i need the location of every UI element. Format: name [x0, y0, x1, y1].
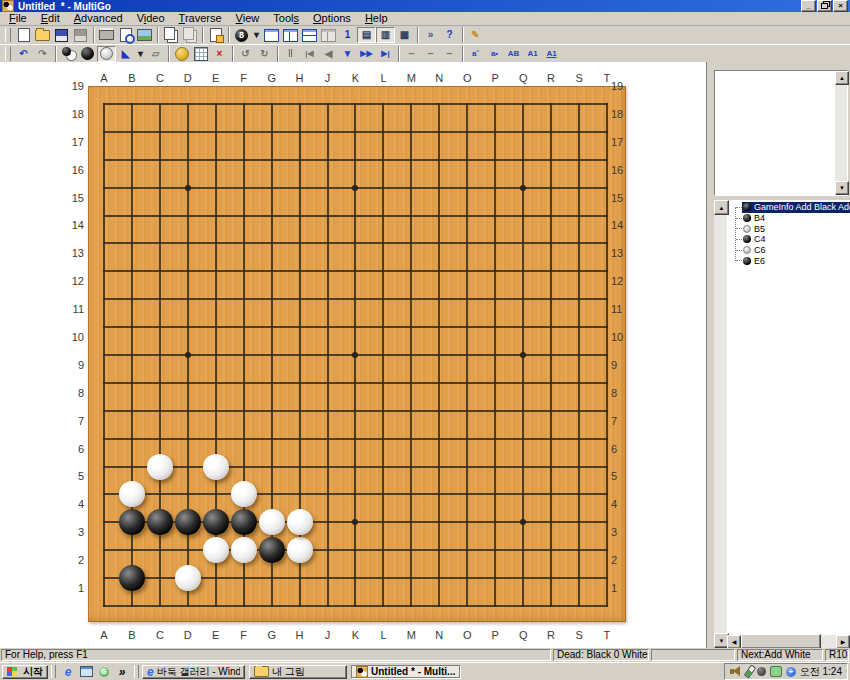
- white-stone-B5[interactable]: [119, 481, 145, 507]
- menu-traverse[interactable]: Traverse: [172, 12, 229, 25]
- grid-line: [103, 382, 608, 384]
- next-variation-button[interactable]: ▼: [338, 46, 357, 62]
- coord-number-right: 18: [611, 108, 633, 120]
- restore-button[interactable]: [817, 0, 832, 12]
- tree-node-gameinfo[interactable]: GameInfo Add Black Add: [727, 202, 850, 213]
- win-icon: [264, 29, 279, 42]
- glyph-icon: ▾: [138, 49, 143, 59]
- tree-rows: GameInfo Add Black AddB4B5C4C6E6: [727, 200, 850, 266]
- coord-number-left: 19: [62, 80, 84, 92]
- stone8-icon: 8: [235, 29, 248, 42]
- rotate-cw-button: ↻: [255, 46, 274, 62]
- quick-launch-desktop-button[interactable]: [77, 665, 95, 679]
- fast-forward-button[interactable]: ▶▶: [357, 46, 376, 62]
- coord-number-left: 3: [62, 526, 84, 538]
- toolbar-standard: 8▾1▤▥▦»?✎: [0, 26, 850, 44]
- ie-icon: e: [147, 666, 154, 678]
- grid-line: [382, 103, 384, 607]
- game-tree-panel: ▲ ▼ GameInfo Add Black AddB4B5C4C6E6 ◀ ▶: [714, 200, 850, 648]
- tree-node-c6[interactable]: C6: [727, 245, 850, 256]
- erase-button[interactable]: ▱: [146, 46, 165, 62]
- tree-node-label: B4: [754, 213, 765, 223]
- menu-options[interactable]: Options: [306, 12, 358, 25]
- white-stone-D2[interactable]: [175, 565, 201, 591]
- win-icon: [321, 29, 336, 42]
- glyph-icon: ▦: [400, 30, 409, 40]
- toolbar-separator: [395, 46, 402, 62]
- white-stone-icon: [743, 225, 751, 233]
- glyph-icon: ↶: [19, 49, 27, 59]
- start-button[interactable]: 시작: [2, 665, 48, 679]
- coord-number-left: 18: [62, 108, 84, 120]
- right-panel: ▲ ▼ ▲ ▼ GameInfo Add Black AddB4B5C4C6E6…: [714, 62, 850, 648]
- menu-video[interactable]: Video: [130, 12, 172, 25]
- coord-letter-top: F: [233, 72, 255, 84]
- coord-number-left: 7: [62, 415, 84, 427]
- grid-line: [438, 103, 440, 607]
- label-all-button[interactable]: A1: [542, 46, 561, 62]
- scroll-down-icon[interactable]: ▼: [835, 181, 849, 195]
- tree-node-b4[interactable]: B4: [727, 213, 850, 224]
- coord-number-left: 2: [62, 554, 84, 566]
- layout-vsplit-button[interactable]: [281, 27, 300, 43]
- toolbar-separator: [229, 46, 236, 62]
- glyph-icon: ↻: [260, 49, 268, 59]
- grid-line: [103, 605, 608, 607]
- comment-scrollbar[interactable]: ▲ ▼: [835, 71, 847, 195]
- black-stone-icon: [743, 257, 751, 265]
- coord-letter-bottom: J: [317, 629, 339, 641]
- label-number-button[interactable]: A1: [523, 46, 542, 62]
- taskbar-grip[interactable]: [51, 665, 56, 678]
- toolbar-edit: ↶↷◣▾▱×↺↻‖|◀◀▼▶▶▶|‒‒‒a˚a•ABA1A1: [0, 44, 850, 62]
- coord-letter-bottom: M: [400, 629, 422, 641]
- coord-number-left: 12: [62, 275, 84, 287]
- go-board[interactable]: [88, 86, 626, 622]
- coord-number-left: 1: [62, 582, 84, 594]
- add-black-button[interactable]: [78, 46, 97, 62]
- coord-letter-bottom: P: [484, 629, 506, 641]
- coord-letter-top: J: [317, 72, 339, 84]
- coord-letter-top: K: [344, 72, 366, 84]
- grid-line: [550, 103, 552, 607]
- taskbar-task-2[interactable]: Untitled * - Multi...: [351, 665, 461, 679]
- coord-number-left: 14: [62, 219, 84, 231]
- coord-letter-bottom: G: [261, 629, 283, 641]
- setup-position-button[interactable]: [191, 46, 210, 62]
- glyph-icon: ✎: [471, 30, 479, 40]
- grid-line: [578, 103, 580, 607]
- toolbar-separator: [90, 27, 97, 43]
- status-next-move: Next:Add White: [737, 649, 823, 661]
- coord-number-right: 14: [611, 219, 633, 231]
- coord-number-right: 4: [611, 498, 633, 510]
- save-all-button: [71, 27, 90, 43]
- glyph-icon: ×: [217, 49, 223, 59]
- glyph-icon: AB: [508, 50, 520, 58]
- windows-logo-icon: [7, 667, 17, 676]
- grid-line: [103, 493, 608, 495]
- new-file-button[interactable]: [14, 27, 33, 43]
- glyph-icon: 1: [345, 30, 351, 40]
- glyph-icon: A1: [527, 50, 537, 58]
- comment-box[interactable]: ▲ ▼: [714, 70, 848, 196]
- black-stone-E4[interactable]: [203, 509, 229, 535]
- star-point: [352, 352, 358, 358]
- comment-view-button[interactable]: ▥: [376, 27, 395, 43]
- printer-icon: [99, 30, 114, 40]
- win-icon: [283, 29, 298, 42]
- tree-vertical-scrollbar[interactable]: ▲ ▼: [714, 200, 727, 648]
- toolbar-separator: [414, 27, 421, 43]
- markup-tool-button[interactable]: ◣: [116, 46, 135, 62]
- win-icon: [302, 29, 317, 42]
- white-stone-E3[interactable]: [203, 537, 229, 563]
- toolbar-separator: [459, 46, 466, 62]
- glyph-icon: ▥: [381, 30, 390, 40]
- multigo-window: Untitled * - MultiGo _ × FileEditAdvance…: [0, 0, 850, 680]
- move-numbers-button[interactable]: 8: [232, 27, 251, 43]
- glyph-icon: ▾: [254, 30, 259, 40]
- system-tray: + 오전 1:24: [724, 663, 848, 680]
- stoneB-icon: [81, 47, 94, 60]
- star-point: [520, 185, 526, 191]
- coord-number-left: 6: [62, 443, 84, 455]
- black-stone-icon: [743, 203, 751, 211]
- status-bar: For Help, press F1 Dead: Black 0 White 0…: [0, 648, 850, 661]
- coord-letter-bottom: T: [596, 629, 618, 641]
- glyph-icon: ▤: [362, 30, 371, 40]
- grid-line: [103, 466, 608, 468]
- coord-number-left: 9: [62, 359, 84, 371]
- glyph-icon: a˚: [472, 50, 479, 58]
- grid-line: [606, 103, 608, 607]
- window-title: Untitled * - MultiGo: [18, 1, 111, 12]
- glyph-icon: ‒: [447, 49, 453, 59]
- coord-number-right: 16: [611, 164, 633, 176]
- status-empty-field: [651, 649, 735, 661]
- taskbar-task-1[interactable]: 내 그림: [249, 665, 347, 679]
- black-stone-icon: [743, 214, 751, 222]
- label-letter-button[interactable]: a˚: [466, 46, 485, 62]
- white-stone-F5[interactable]: [231, 481, 257, 507]
- tree-horizontal-scrollbar[interactable]: ◀ ▶: [727, 635, 850, 648]
- white-stone-G4[interactable]: [259, 509, 285, 535]
- coord-letter-top: R: [540, 72, 562, 84]
- coord-letter-bottom: C: [149, 629, 171, 641]
- quick-launch-desktop-icon: [80, 666, 93, 677]
- coord-number-right: 13: [611, 247, 633, 259]
- coord-number-right: 8: [611, 387, 633, 399]
- coord-number-left: 5: [62, 470, 84, 482]
- star-point: [520, 519, 526, 525]
- tree-node-label: C4: [754, 234, 766, 244]
- tree-node-label: GameInfo Add Black Add: [754, 202, 850, 212]
- image-export-button[interactable]: [135, 27, 154, 43]
- menu-help[interactable]: Help: [358, 12, 395, 25]
- glyph-icon: ◣: [122, 49, 130, 59]
- stoneY-icon: [175, 47, 189, 61]
- floppy-icon: [74, 29, 87, 42]
- coord-letter-top: N: [428, 72, 450, 84]
- redo-button: ↷: [33, 46, 52, 62]
- mg-icon: [356, 666, 368, 678]
- pic-icon: [137, 29, 152, 41]
- toolbar-grip[interactable]: [5, 28, 11, 42]
- coord-letter-top: A: [93, 72, 115, 84]
- coord-letter-top: S: [568, 72, 590, 84]
- tree-connector-line: [735, 207, 737, 261]
- copy-position-button: [180, 27, 199, 43]
- toolbar-separator: [225, 27, 232, 43]
- menu-tools[interactable]: Tools: [266, 12, 306, 25]
- quick-launch-more-icon: »: [119, 666, 126, 678]
- coord-number-right: 19: [611, 80, 633, 92]
- black-stone-G3[interactable]: [259, 537, 285, 563]
- print-button[interactable]: [97, 27, 116, 43]
- glyph-icon: ‖: [288, 49, 293, 59]
- toolbar-separator: [52, 46, 59, 62]
- coord-letter-bottom: B: [121, 629, 143, 641]
- glyph-icon: ‒: [409, 49, 415, 59]
- coord-number-right: 9: [611, 359, 633, 371]
- scrollbar-thumb[interactable]: [741, 634, 821, 649]
- black-stone-C4[interactable]: [147, 509, 173, 535]
- folder-icon: [254, 666, 269, 677]
- tree-node-c4[interactable]: C4: [727, 234, 850, 245]
- game-info-button[interactable]: [206, 27, 225, 43]
- coord-letter-bottom: N: [428, 629, 450, 641]
- tree-node-label: B5: [754, 224, 765, 234]
- minimize-button[interactable]: _: [801, 0, 816, 12]
- label-letter-filled-button[interactable]: a•: [485, 46, 504, 62]
- status-hover-coord: R10: [825, 649, 849, 661]
- edit-tools-button[interactable]: ✎: [466, 27, 485, 43]
- toolbar-separator: [274, 46, 281, 62]
- coord-letter-top: B: [121, 72, 143, 84]
- coord-number-right: 17: [611, 136, 633, 148]
- title-bar[interactable]: Untitled * - MultiGo _ ×: [0, 0, 850, 12]
- white-stone-icon: [743, 246, 751, 254]
- quick-launch-more-button[interactable]: »: [113, 665, 131, 679]
- star-point: [520, 352, 526, 358]
- toolbar-separator: [154, 27, 161, 43]
- coord-number-right: 7: [611, 415, 633, 427]
- start-label: 시작: [23, 665, 43, 679]
- prev-marker-button: ‒: [402, 46, 421, 62]
- save-button[interactable]: [52, 27, 71, 43]
- coord-number-left: 16: [62, 164, 84, 176]
- black-stone-B2[interactable]: [119, 565, 145, 591]
- glyph-icon: ▱: [152, 49, 160, 59]
- restore-icon: [821, 3, 828, 9]
- pass-button[interactable]: [172, 46, 191, 62]
- task-label: 내 그림: [272, 665, 305, 679]
- status-dead-stones: Dead: Black 0 White 0: [553, 649, 649, 661]
- menu-file[interactable]: File: [2, 12, 34, 25]
- prev-move-button: ◀: [319, 46, 338, 62]
- black-stone-B4[interactable]: [119, 509, 145, 535]
- tree-node-b5[interactable]: B5: [727, 223, 850, 234]
- coord-number-right: 15: [611, 192, 633, 204]
- scroll-up-icon[interactable]: ▲: [835, 71, 849, 85]
- move-numbers-dropdown[interactable]: ▾: [251, 27, 262, 43]
- glyph-icon: »: [428, 30, 434, 40]
- clock[interactable]: 오전 1:24: [800, 665, 842, 679]
- menu-bar: FileEditAdvancedVideoTraverseViewToolsOp…: [0, 12, 850, 26]
- glyph-icon: ↷: [38, 49, 46, 59]
- toolbar-separator: [459, 27, 466, 43]
- tree-node-label: C6: [754, 245, 766, 255]
- coord-number-left: 13: [62, 247, 84, 259]
- stone2-icon: [62, 47, 71, 56]
- coord-letter-bottom: H: [289, 629, 311, 641]
- white-stone-H3[interactable]: [287, 537, 313, 563]
- rotate-ccw-button: ↺: [236, 46, 255, 62]
- coord-letter-top: H: [289, 72, 311, 84]
- glyph-icon: ↺: [241, 49, 249, 59]
- folder-icon: [35, 30, 50, 41]
- coord-letter-bottom: Q: [512, 629, 534, 641]
- coord-letter-bottom: K: [344, 629, 366, 641]
- coord-letter-top: E: [205, 72, 227, 84]
- glyph-icon: ◀: [325, 49, 333, 59]
- toolbar-separator: [199, 27, 206, 43]
- os-taskbar: 시작 eG» e바둑 갤러리 - Windo...내 그림Untitled * …: [0, 662, 850, 680]
- toolbar-grip[interactable]: [5, 47, 11, 61]
- close-button[interactable]: ×: [833, 0, 848, 12]
- black-stone-icon: [743, 235, 751, 243]
- coord-number-left: 17: [62, 136, 84, 148]
- coord-number-right: 1: [611, 582, 633, 594]
- undo-button[interactable]: ↶: [14, 46, 33, 62]
- menu-edit[interactable]: Edit: [34, 12, 67, 25]
- layout-hsplit-button[interactable]: [300, 27, 319, 43]
- volume-icon[interactable]: [730, 666, 743, 677]
- coord-letter-bottom: R: [540, 629, 562, 641]
- white-stone-E6[interactable]: [203, 454, 229, 480]
- grid-icon: [194, 47, 208, 61]
- markup-dropdown[interactable]: ▾: [135, 46, 146, 62]
- coord-letter-top: C: [149, 72, 171, 84]
- coord-letter-bottom: E: [205, 629, 227, 641]
- update-icon[interactable]: +: [786, 667, 796, 677]
- coord-letter-bottom: A: [93, 629, 115, 641]
- quick-launch-media-icon: G: [99, 667, 109, 677]
- coord-number-right: 3: [611, 526, 633, 538]
- coord-number-left: 8: [62, 387, 84, 399]
- copy-button[interactable]: [161, 27, 180, 43]
- black-stone-F4[interactable]: [231, 509, 257, 535]
- print-preview-button[interactable]: [116, 27, 135, 43]
- app-icon: [2, 0, 14, 12]
- label-ab-button[interactable]: AB: [504, 46, 523, 62]
- next-marker-button: ‒: [421, 46, 440, 62]
- stoneW-icon: [100, 47, 113, 60]
- grid-line: [494, 103, 496, 607]
- coord-number-right: 12: [611, 275, 633, 287]
- tree-node-e6[interactable]: E6: [727, 255, 850, 266]
- floppy-icon: [55, 29, 68, 42]
- quick-launch-ie-button[interactable]: e: [59, 665, 77, 679]
- status-help-text: For Help, press F1: [1, 649, 551, 661]
- glyph-icon: a•: [491, 50, 498, 58]
- coord-number-left: 15: [62, 192, 84, 204]
- tree-view-button[interactable]: ▤: [357, 27, 376, 43]
- coord-letter-bottom: O: [456, 629, 478, 641]
- coord-number-right: 11: [611, 303, 633, 315]
- add-white-button[interactable]: [97, 46, 116, 62]
- find-button: ‒: [440, 46, 459, 62]
- quick-launch-media-button[interactable]: G: [95, 665, 113, 679]
- glyph-icon: A1: [546, 50, 556, 58]
- taskbar-grip[interactable]: [134, 665, 139, 678]
- star-point: [352, 519, 358, 525]
- pen-icon[interactable]: [744, 664, 756, 678]
- open-file-button[interactable]: [33, 27, 52, 43]
- black-stone-D4[interactable]: [175, 509, 201, 535]
- coord-number-right: 2: [611, 554, 633, 566]
- star-point: [185, 185, 191, 191]
- preview-icon: [120, 28, 132, 42]
- white-stone-F3[interactable]: [231, 537, 257, 563]
- board-view: AABBCCDDEEFFGGHHJJKKLLMMNNOOPPQQRRSSTT19…: [0, 62, 706, 648]
- star-point: [185, 352, 191, 358]
- variation-view-button[interactable]: ▦: [395, 27, 414, 43]
- taskbar-task-0[interactable]: e바둑 갤러리 - Windo...: [142, 665, 245, 679]
- star-point: [352, 185, 358, 191]
- page-icon: [18, 28, 30, 42]
- grid-line: [103, 438, 608, 440]
- context-help-button[interactable]: ?: [440, 27, 459, 43]
- copy-icon: [183, 27, 194, 40]
- glyph-icon: ‒: [428, 49, 434, 59]
- layout-quad-button: [319, 27, 338, 43]
- grid-line: [103, 410, 608, 412]
- coord-letter-top: O: [456, 72, 478, 84]
- coord-letter-bottom: L: [372, 629, 394, 641]
- first-move-button: |◀: [300, 46, 319, 62]
- glyph-icon: |◀: [305, 50, 313, 58]
- status-dot-icon[interactable]: [757, 667, 766, 676]
- quick-launch-ie-icon: e: [65, 666, 72, 678]
- grid-line: [410, 103, 412, 607]
- delete-node-button[interactable]: ×: [210, 46, 229, 62]
- last-move-button[interactable]: ▶|: [376, 46, 395, 62]
- export-icon: [210, 28, 222, 42]
- coord-letter-top: D: [177, 72, 199, 84]
- scroll-left-icon[interactable]: ◀: [727, 635, 741, 649]
- scroll-right-icon[interactable]: ▶: [836, 635, 850, 649]
- pause-button: ‖: [281, 46, 300, 62]
- white-stone-C6[interactable]: [147, 454, 173, 480]
- coord-letter-top: L: [372, 72, 394, 84]
- menu-view[interactable]: View: [229, 12, 267, 25]
- coord-number-right: 10: [611, 331, 633, 343]
- shortcuts-button[interactable]: »: [421, 27, 440, 43]
- layout-board-button[interactable]: [262, 27, 281, 43]
- coord-number-left: 10: [62, 331, 84, 343]
- messenger-icon[interactable]: [770, 666, 782, 677]
- menu-advanced[interactable]: Advanced: [67, 12, 130, 25]
- show-number-button[interactable]: 1: [338, 27, 357, 43]
- tree-node-label: E6: [754, 256, 765, 266]
- glyph-icon: ▶|: [381, 50, 389, 58]
- coord-letter-top: M: [400, 72, 422, 84]
- white-stone-H4[interactable]: [287, 509, 313, 535]
- coord-letter-top: P: [484, 72, 506, 84]
- alternate-move-button[interactable]: [59, 46, 78, 62]
